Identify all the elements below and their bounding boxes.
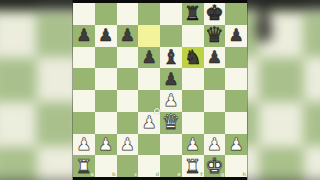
square-d8[interactable]	[138, 3, 160, 25]
square-b7[interactable]: ♟	[95, 25, 117, 47]
square-e2[interactable]	[160, 134, 182, 156]
square-b6[interactable]	[95, 47, 117, 69]
square-h5[interactable]	[225, 68, 247, 90]
square-a8[interactable]	[73, 3, 95, 25]
square-e7[interactable]	[160, 25, 182, 47]
square-g3[interactable]	[204, 112, 226, 134]
white-queen-e3[interactable]: ♛	[160, 112, 182, 134]
file-coordinate-c: c	[134, 171, 137, 177]
square-e5[interactable]: ♟	[160, 68, 182, 90]
square-h3[interactable]	[225, 112, 247, 134]
square-a4[interactable]	[73, 90, 95, 112]
square-f3[interactable]	[182, 112, 204, 134]
board-column: ♜♚♟♟♟♛♟♟♝♞♟♟♟♟♛♟♟♟♟♟♟a♜bcdef♜g♚h	[73, 0, 247, 180]
square-d2[interactable]	[138, 134, 160, 156]
square-e8[interactable]	[160, 3, 182, 25]
square-e6[interactable]: ♝	[160, 47, 182, 69]
square-c3[interactable]	[117, 112, 139, 134]
square-a5[interactable]	[73, 68, 95, 90]
white-pawn-g2[interactable]: ♟	[204, 134, 226, 156]
black-pawn-h7[interactable]: ♟	[225, 25, 247, 47]
square-f2[interactable]: ♟	[182, 134, 204, 156]
video-frame: ♜♚♟♟♟♛♟♟♝♞♟♟♟♟♛♟♟♟♟♟♟a♜bcdef♜g♚h	[0, 0, 320, 180]
square-d5[interactable]	[138, 68, 160, 90]
square-c1[interactable]: c	[117, 155, 139, 177]
white-pawn-c2[interactable]: ♟	[117, 134, 139, 156]
square-f5[interactable]	[182, 68, 204, 90]
square-b1[interactable]: b	[95, 155, 117, 177]
square-b2[interactable]: ♟	[95, 134, 117, 156]
white-pawn-a2[interactable]: ♟	[73, 134, 95, 156]
white-king-g1[interactable]: ♚	[204, 155, 226, 177]
square-a1[interactable]: a♜	[73, 155, 95, 177]
blurred-piece-icon	[256, 14, 272, 42]
square-c4[interactable]	[117, 90, 139, 112]
square-a3[interactable]	[73, 112, 95, 134]
file-coordinate-d: d	[155, 171, 159, 177]
file-coordinate-h: h	[242, 171, 246, 177]
square-g7[interactable]: ♛	[204, 25, 226, 47]
square-h2[interactable]: ♟	[225, 134, 247, 156]
square-a6[interactable]	[73, 47, 95, 69]
chess-board[interactable]: ♜♚♟♟♟♛♟♟♝♞♟♟♟♟♛♟♟♟♟♟♟a♜bcdef♜g♚h	[73, 3, 247, 177]
square-f4[interactable]	[182, 90, 204, 112]
square-c2[interactable]: ♟	[117, 134, 139, 156]
black-pawn-d6[interactable]: ♟	[138, 47, 160, 69]
black-king-g8[interactable]: ♚	[204, 3, 226, 25]
black-rook-f8[interactable]: ♜	[182, 3, 204, 25]
white-rook-a1[interactable]: ♜	[73, 155, 95, 177]
square-c8[interactable]	[117, 3, 139, 25]
square-h4[interactable]	[225, 90, 247, 112]
black-bishop-e6[interactable]: ♝	[160, 47, 182, 69]
square-e1[interactable]: e	[160, 155, 182, 177]
square-g1[interactable]: g♚	[204, 155, 226, 177]
square-f7[interactable]	[182, 25, 204, 47]
square-d6[interactable]: ♟	[138, 47, 160, 69]
square-d7[interactable]	[138, 25, 160, 47]
black-pawn-e5[interactable]: ♟	[160, 68, 182, 90]
annotation-circle	[154, 108, 160, 114]
black-queen-g7[interactable]: ♛	[204, 25, 226, 47]
square-h7[interactable]: ♟	[225, 25, 247, 47]
black-pawn-c7[interactable]: ♟	[117, 25, 139, 47]
square-e3[interactable]: ♛	[160, 112, 182, 134]
square-d1[interactable]: d	[138, 155, 160, 177]
white-pawn-f2[interactable]: ♟	[182, 134, 204, 156]
white-rook-f1[interactable]: ♜	[182, 155, 204, 177]
square-c7[interactable]: ♟	[117, 25, 139, 47]
black-pawn-b7[interactable]: ♟	[95, 25, 117, 47]
square-h8[interactable]	[225, 3, 247, 25]
black-knight-f6[interactable]: ♞	[182, 47, 204, 69]
black-pawn-a7[interactable]: ♟	[73, 25, 95, 47]
square-c5[interactable]	[117, 68, 139, 90]
square-g5[interactable]	[204, 68, 226, 90]
square-b3[interactable]	[95, 112, 117, 134]
square-a2[interactable]: ♟	[73, 134, 95, 156]
square-d3[interactable]: ♟	[138, 112, 160, 134]
file-coordinate-b: b	[112, 171, 116, 177]
square-g2[interactable]: ♟	[204, 134, 226, 156]
square-a7[interactable]: ♟	[73, 25, 95, 47]
square-f6[interactable]: ♞	[182, 47, 204, 69]
square-f1[interactable]: f♜	[182, 155, 204, 177]
square-g4[interactable]	[204, 90, 226, 112]
square-c6[interactable]	[117, 47, 139, 69]
white-pawn-e4[interactable]: ♟	[160, 90, 182, 112]
white-pawn-h2[interactable]: ♟	[225, 134, 247, 156]
square-g6[interactable]: ♟	[204, 47, 226, 69]
square-g8[interactable]: ♚	[204, 3, 226, 25]
white-pawn-b2[interactable]: ♟	[95, 134, 117, 156]
white-pawn-d3[interactable]: ♟	[138, 112, 160, 134]
square-b4[interactable]	[95, 90, 117, 112]
square-h1[interactable]: h	[225, 155, 247, 177]
square-b5[interactable]	[95, 68, 117, 90]
file-coordinate-e: e	[177, 171, 180, 177]
black-pawn-g6[interactable]: ♟	[204, 47, 226, 69]
square-b8[interactable]	[95, 3, 117, 25]
square-f8[interactable]: ♜	[182, 3, 204, 25]
square-e4[interactable]: ♟	[160, 90, 182, 112]
square-h6[interactable]	[225, 47, 247, 69]
